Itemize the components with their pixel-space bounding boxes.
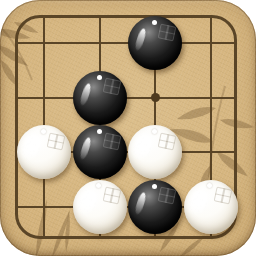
stone-window-reflection xyxy=(102,187,121,205)
stone-highlight-dot xyxy=(41,129,46,134)
screenshot xyxy=(0,0,256,256)
stone-highlight-crescent xyxy=(78,82,92,106)
black-stone[interactable] xyxy=(73,125,127,179)
stone-highlight-crescent xyxy=(130,132,155,161)
stone-highlight-crescent xyxy=(75,186,100,215)
stone-highlight-crescent xyxy=(134,191,148,215)
stone-window-reflection xyxy=(213,187,232,205)
stone-window-reflection xyxy=(102,132,121,150)
stone-window-reflection xyxy=(158,23,177,41)
app-icon[interactable] xyxy=(0,0,256,256)
stone-highlight-dot xyxy=(97,129,102,134)
stone-highlight-dot xyxy=(152,184,157,189)
white-stone[interactable] xyxy=(17,125,71,179)
stone-highlight-crescent xyxy=(134,27,148,51)
stone-highlight-crescent xyxy=(19,132,44,161)
stone-highlight-dot xyxy=(97,75,102,80)
stone-window-reflection xyxy=(102,78,121,96)
white-stone[interactable] xyxy=(184,180,238,234)
stone-highlight-crescent xyxy=(186,186,211,215)
white-stone[interactable] xyxy=(128,125,182,179)
stone-window-reflection xyxy=(158,132,177,150)
stone-highlight-dot xyxy=(152,129,157,134)
stone-highlight-dot xyxy=(207,183,212,188)
stone-highlight-dot xyxy=(96,183,101,188)
stone-highlight-crescent xyxy=(78,136,92,160)
black-stone[interactable] xyxy=(128,16,182,70)
stone-window-reflection xyxy=(158,187,177,205)
stone-window-reflection xyxy=(47,132,66,150)
black-stone[interactable] xyxy=(128,180,182,234)
white-stone[interactable] xyxy=(73,180,127,234)
black-stone[interactable] xyxy=(73,71,127,125)
stone-highlight-dot xyxy=(152,20,157,25)
